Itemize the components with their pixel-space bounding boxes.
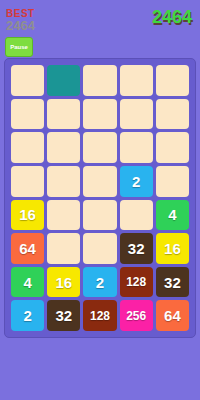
current-score: 2464 (152, 7, 192, 28)
game-board[interactable]: 216464321641621283223212825664 (4, 58, 196, 338)
empty-cell (47, 200, 80, 231)
empty-cell (11, 166, 44, 197)
empty-cell (11, 99, 44, 130)
empty-cell (47, 99, 80, 130)
tile-32: 32 (120, 233, 153, 264)
tile-64: 64 (11, 233, 44, 264)
empty-cell (156, 166, 189, 197)
empty-cell (11, 65, 44, 96)
empty-cell (120, 132, 153, 163)
empty-cell (83, 233, 116, 264)
empty-cell (11, 132, 44, 163)
tile-2: 2 (11, 300, 44, 331)
tile-16: 16 (11, 200, 44, 231)
best-score-value: 2464 (6, 18, 35, 33)
empty-cell (83, 65, 116, 96)
empty-cell (83, 99, 116, 130)
pause-button[interactable]: Pause (5, 37, 33, 57)
tile-2: 2 (83, 267, 116, 298)
empty-cell (156, 65, 189, 96)
empty-cell (47, 132, 80, 163)
tile-128: 128 (120, 267, 153, 298)
tile-4: 4 (11, 267, 44, 298)
tile-32: 32 (156, 267, 189, 298)
empty-cell (120, 200, 153, 231)
tile-256: 256 (120, 300, 153, 331)
tile-2: 2 (120, 166, 153, 197)
empty-cell (120, 65, 153, 96)
tile-128: 128 (83, 300, 116, 331)
tile-4: 4 (156, 200, 189, 231)
empty-cell (83, 200, 116, 231)
tile-64: 64 (156, 300, 189, 331)
tile-new (47, 65, 80, 96)
empty-cell (120, 99, 153, 130)
empty-cell (47, 166, 80, 197)
empty-cell (47, 233, 80, 264)
empty-cell (83, 166, 116, 197)
empty-cell (156, 99, 189, 130)
empty-cell (156, 132, 189, 163)
empty-cell (83, 132, 116, 163)
tile-32: 32 (47, 300, 80, 331)
tile-16: 16 (47, 267, 80, 298)
tile-16: 16 (156, 233, 189, 264)
